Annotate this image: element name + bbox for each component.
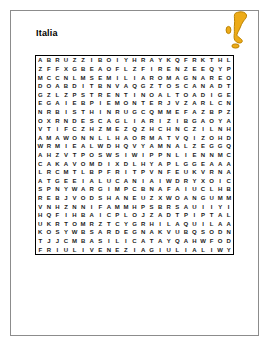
grid-cell: B [96, 56, 105, 65]
grid-cell: A [147, 142, 156, 151]
grid-cell: O [207, 116, 216, 125]
grid-cell: F [105, 168, 114, 177]
grid-cell: L [122, 211, 131, 220]
grid-cell: U [122, 108, 131, 117]
grid-cell: P [224, 65, 233, 74]
grid-cell: H [130, 202, 139, 211]
grid-cell: M [79, 73, 88, 82]
grid-cell: A [173, 73, 182, 82]
grid-cell: I [122, 151, 131, 160]
grid-cell: P [164, 159, 173, 168]
grid-cell: N [173, 125, 182, 134]
grid-cell: I [224, 202, 233, 211]
grid-cell: N [36, 108, 45, 117]
grid-cell: N [164, 142, 173, 151]
grid-cell: K [156, 228, 165, 237]
grid-cell: A [156, 211, 165, 220]
grid-cell: N [79, 133, 88, 142]
italy-map-icon [222, 11, 254, 49]
grid-cell: N [224, 228, 233, 237]
grid-cell: O [87, 151, 96, 160]
grid-cell: G [70, 65, 79, 74]
grid-cell: A [182, 237, 191, 246]
grid-cell: O [122, 99, 131, 108]
grid-cell: S [96, 194, 105, 203]
grid-cell: N [79, 202, 88, 211]
grid-cell: D [113, 228, 122, 237]
grid-cell: I [182, 151, 191, 160]
grid-cell: N [62, 73, 71, 82]
grid-cell: A [173, 220, 182, 229]
grid-cell: I [173, 116, 182, 125]
grid-cell: I [105, 237, 114, 246]
grid-cell: R [113, 168, 122, 177]
grid-cell: V [113, 82, 122, 91]
grid-cell: R [53, 220, 62, 229]
grid-cell: C [53, 168, 62, 177]
grid-cell: P [147, 151, 156, 160]
grid-cell: J [164, 99, 173, 108]
grid-cell: A [156, 185, 165, 194]
grid-cell: T [130, 168, 139, 177]
grid-cell: Z [96, 220, 105, 229]
grid-cell: A [216, 159, 225, 168]
grid-cell: I [96, 211, 105, 220]
grid-cell: N [70, 202, 79, 211]
grid-cell: L [164, 220, 173, 229]
grid-cell: B [96, 82, 105, 91]
grid-cell: L [105, 133, 114, 142]
puzzle-title: Italia [36, 28, 58, 38]
grid-cell: Q [182, 220, 191, 229]
grid-cell: E [105, 99, 114, 108]
grid-cell: M [216, 194, 225, 203]
grid-cell: C [105, 211, 114, 220]
grid-cell: I [199, 202, 208, 211]
grid-cell: R [147, 73, 156, 82]
grid-cell: W [130, 151, 139, 160]
grid-cell: Z [147, 82, 156, 91]
grid-cell: X [113, 159, 122, 168]
grid-cell: I [79, 245, 88, 254]
grid-cell: C [113, 220, 122, 229]
grid-cell: L [70, 73, 79, 82]
grid-cell: I [62, 108, 71, 117]
grid-cell: E [130, 194, 139, 203]
grid-cell: M [36, 73, 45, 82]
grid-cell: H [216, 185, 225, 194]
grid-cell: X [156, 194, 165, 203]
grid-cell: W [70, 228, 79, 237]
grid-cell: R [147, 116, 156, 125]
grid-cell: S [36, 185, 45, 194]
grid-cell: E [199, 65, 208, 74]
grid-cell: E [45, 194, 54, 203]
grid-cell: S [70, 108, 79, 117]
grid-cell: A [113, 194, 122, 203]
grid-cell: I [79, 82, 88, 91]
grid-cell: L [207, 99, 216, 108]
grid-cell: N [224, 99, 233, 108]
grid-cell: Y [216, 116, 225, 125]
grid-cell: C [62, 237, 71, 246]
grid-cell: G [190, 116, 199, 125]
grid-cell: G [207, 142, 216, 151]
grid-cell: Z [199, 133, 208, 142]
grid-cell: L [199, 245, 208, 254]
grid-cell: A [79, 185, 88, 194]
grid-cell: A [96, 65, 105, 74]
grid-cell: O [156, 73, 165, 82]
grid-cell: O [45, 228, 54, 237]
grid-cell: S [53, 228, 62, 237]
grid-cell: V [164, 228, 173, 237]
grid-cell: F [139, 65, 148, 74]
grid-cell: A [216, 211, 225, 220]
grid-cell: S [173, 202, 182, 211]
grid-cell: I [139, 151, 148, 160]
grid-cell: F [164, 185, 173, 194]
grid-cell: O [182, 90, 191, 99]
grid-cell: M [79, 220, 88, 229]
grid-cell: D [122, 159, 131, 168]
grid-cell: A [36, 133, 45, 142]
grid-cell: Y [122, 220, 131, 229]
grid-cell: A [53, 82, 62, 91]
grid-cell: A [224, 159, 233, 168]
grid-cell: L [207, 220, 216, 229]
grid-cell: T [62, 220, 71, 229]
grid-cell: C [182, 125, 191, 134]
grid-cell: L [53, 90, 62, 99]
grid-cell: B [79, 65, 88, 74]
grid-cell: W [62, 133, 71, 142]
grid-cell: E [164, 65, 173, 74]
grid-cell: E [173, 108, 182, 117]
grid-cell: S [79, 90, 88, 99]
grid-cell: B [45, 56, 54, 65]
grid-cell: N [130, 99, 139, 108]
grid-cell: I [139, 177, 148, 186]
grid-cell: H [190, 237, 199, 246]
grid-cell: E [96, 245, 105, 254]
grid-cell: K [164, 56, 173, 65]
grid-cell: E [122, 228, 131, 237]
grid-cell: R [45, 168, 54, 177]
grid-cell: I [62, 99, 71, 108]
grid-cell: A [173, 185, 182, 194]
grid-cell: H [36, 211, 45, 220]
grid-cell: R [139, 133, 148, 142]
grid-cell: B [182, 228, 191, 237]
grid-cell: T [156, 82, 165, 91]
grid-cell: S [113, 151, 122, 160]
grid-cell: U [139, 194, 148, 203]
grid-cell: A [36, 151, 45, 160]
grid-cell: I [207, 90, 216, 99]
grid-cell: B [182, 116, 191, 125]
grid-cell: O [70, 133, 79, 142]
grid-cell: I [87, 202, 96, 211]
grid-cell: O [79, 159, 88, 168]
grid-cell: R [164, 202, 173, 211]
grid-cell: M [105, 73, 114, 82]
grid-cell: B [139, 185, 148, 194]
grid-cell: H [147, 220, 156, 229]
grid-cell: T [122, 90, 131, 99]
grid-cell: V [147, 168, 156, 177]
grid-cell: I [207, 245, 216, 254]
grid-cell: M [164, 73, 173, 82]
grid-cell: N [139, 90, 148, 99]
grid-cell: I [156, 116, 165, 125]
grid-cell: L [122, 65, 131, 74]
grid-cell: B [79, 211, 88, 220]
grid-cell: D [36, 82, 45, 91]
grid-cell: L [36, 168, 45, 177]
grid-cell: G [182, 159, 191, 168]
grid-cell: A [182, 194, 191, 203]
grid-cell: R [156, 65, 165, 74]
grid-cell: A [190, 99, 199, 108]
grid-cell: Y [62, 185, 71, 194]
grid-cell: B [53, 108, 62, 117]
grid-cell: T [45, 125, 54, 134]
grid-cell: E [70, 142, 79, 151]
grid-cell: N [87, 133, 96, 142]
grid-cell: V [199, 168, 208, 177]
grid-cell: D [224, 133, 233, 142]
grid-cell: I [122, 237, 131, 246]
grid-cell: M [224, 194, 233, 203]
grid-cell: P [70, 90, 79, 99]
worksheet-page: Italia ABRUZZIBOIYHRAYKQFRKTHLZFFXGBEAOF… [0, 0, 270, 350]
grid-cell: Z [122, 125, 131, 134]
grid-cell: F [96, 202, 105, 211]
grid-cell: Q [173, 56, 182, 65]
grid-cell: R [113, 108, 122, 117]
grid-cell: I [105, 159, 114, 168]
grid-cell: I [199, 220, 208, 229]
grid-cell: A [156, 90, 165, 99]
grid-cell: V [36, 202, 45, 211]
grid-cell: N [216, 125, 225, 134]
grid-cell: B [79, 237, 88, 246]
grid-cell: A [122, 177, 131, 186]
grid-cell: R [105, 228, 114, 237]
grid-cell: C [130, 237, 139, 246]
grid-cell: S [199, 228, 208, 237]
grid-cell: N [147, 185, 156, 194]
grid-cell: G [216, 142, 225, 151]
grid-cell: A [139, 73, 148, 82]
grid-cell: I [190, 133, 199, 142]
grid-cell: V [130, 142, 139, 151]
grid-cell: P [139, 202, 148, 211]
grid-cell: A [190, 108, 199, 117]
grid-cell: I [62, 142, 71, 151]
grid-cell: I [216, 177, 225, 186]
grid-cell: G [130, 228, 139, 237]
grid-cell: M [62, 168, 71, 177]
grid-cell: R [45, 245, 54, 254]
grid-cell: W [164, 177, 173, 186]
grid-cell: N [190, 194, 199, 203]
grid-cell: D [199, 90, 208, 99]
grid-cell: W [199, 237, 208, 246]
grid-cell: E [199, 142, 208, 151]
grid-cell: D [87, 194, 96, 203]
grid-cell: M [216, 151, 225, 160]
grid-cell: B [156, 202, 165, 211]
grid-cell: M [113, 185, 122, 194]
grid-cell: E [105, 90, 114, 99]
grid-cell: Y [216, 65, 225, 74]
grid-cell: L [173, 151, 182, 160]
grid-cell: V [36, 125, 45, 134]
grid-cell: L [79, 168, 88, 177]
grid-cell: L [113, 237, 122, 246]
grid-cell: U [190, 185, 199, 194]
grid-cell: Q [224, 142, 233, 151]
grid-cell: G [190, 159, 199, 168]
grid-cell: N [62, 116, 71, 125]
grid-cell: A [62, 159, 71, 168]
grid-cell: G [130, 108, 139, 117]
grid-cell: F [207, 237, 216, 246]
grid-cell: Z [182, 65, 191, 74]
grid-cell: C [199, 185, 208, 194]
grid-cell: H [224, 125, 233, 134]
grid-cell: N [113, 90, 122, 99]
grid-cell: F [164, 168, 173, 177]
grid-cell: Y [62, 228, 71, 237]
grid-cell: P [45, 185, 54, 194]
grid-cell: J [53, 237, 62, 246]
grid-cell: L [87, 142, 96, 151]
grid-cell: R [53, 116, 62, 125]
grid-cell: N [190, 73, 199, 82]
grid-cell: E [113, 125, 122, 134]
grid-cell: U [62, 56, 71, 65]
grid-cell: U [164, 245, 173, 254]
grid-cell: E [224, 90, 233, 99]
grid-cell: D [70, 116, 79, 125]
grid-cell: F [182, 108, 191, 117]
grid-cell: O [224, 73, 233, 82]
grid-cell: T [207, 56, 216, 65]
grid-cell: U [182, 168, 191, 177]
grid-cell: M [156, 108, 165, 117]
grid-cell: A [199, 73, 208, 82]
grid-cell: I [53, 245, 62, 254]
grid-cell: I [96, 99, 105, 108]
grid-cell: C [182, 82, 191, 91]
grid-cell: U [105, 177, 114, 186]
grid-cell: F [62, 125, 71, 134]
grid-cell: P [87, 99, 96, 108]
grid-cell: S [87, 116, 96, 125]
grid-cell: N [156, 168, 165, 177]
grid-cell: G [182, 73, 191, 82]
grid-cell: Y [216, 202, 225, 211]
grid-cell: E [216, 73, 225, 82]
grid-cell: K [53, 159, 62, 168]
grid-cell: Z [147, 194, 156, 203]
grid-cell: O [105, 65, 114, 74]
grid-cell: C [139, 108, 148, 117]
grid-cell: I [113, 56, 122, 65]
grid-cell: L [70, 245, 79, 254]
grid-cell: E [173, 168, 182, 177]
grid-cell: R [190, 56, 199, 65]
grid-cell: S [96, 151, 105, 160]
grid-cell: L [164, 90, 173, 99]
grid-cell: O [105, 56, 114, 65]
grid-cell: R [156, 99, 165, 108]
grid-cell: X [45, 116, 54, 125]
grid-cell: F [113, 65, 122, 74]
grid-cell: Y [156, 56, 165, 65]
grid-cell: E [190, 151, 199, 160]
grid-cell: P [139, 168, 148, 177]
grid-cell: E [96, 73, 105, 82]
grid-cell: O [147, 90, 156, 99]
grid-cell: N [199, 82, 208, 91]
grid-cell: G [147, 245, 156, 254]
grid-cell: T [105, 220, 114, 229]
grid-cell: P [199, 211, 208, 220]
grid-cell: D [96, 159, 105, 168]
grid-cell: Z [36, 65, 45, 74]
grid-cell: I [156, 177, 165, 186]
grid-cell: R [36, 194, 45, 203]
grid-cell: J [139, 211, 148, 220]
grid-cell: S [173, 82, 182, 91]
grid-cell: H [216, 56, 225, 65]
grid-cell: G [45, 99, 54, 108]
grid-cell: C [156, 125, 165, 134]
grid-cell: H [147, 125, 156, 134]
grid-cell: G [113, 116, 122, 125]
grid-cell: Y [190, 177, 199, 186]
grid-cell: P [113, 211, 122, 220]
grid-cell: D [164, 211, 173, 220]
grid-cell: N [105, 82, 114, 91]
grid-cell: Y [139, 142, 148, 151]
grid-cell: A [190, 82, 199, 91]
grid-cell: X [62, 65, 71, 74]
grid-cell: B [79, 228, 88, 237]
grid-cell: N [164, 151, 173, 160]
grid-cell: T [224, 82, 233, 91]
grid-cell: C [113, 177, 122, 186]
grid-cell: D [173, 177, 182, 186]
grid-cell: Z [62, 90, 71, 99]
grid-cell: Q [130, 125, 139, 134]
grid-cell: L [96, 177, 105, 186]
grid-cell: P [156, 151, 165, 160]
grid-cell: A [45, 159, 54, 168]
grid-cell: T [173, 211, 182, 220]
grid-cell: G [36, 90, 45, 99]
grid-cell: J [62, 194, 71, 203]
grid-cell: H [87, 108, 96, 117]
grid-cell: A [147, 228, 156, 237]
grid-cell: L [130, 159, 139, 168]
grid-cell: A [224, 168, 233, 177]
grid-cell: E [147, 99, 156, 108]
